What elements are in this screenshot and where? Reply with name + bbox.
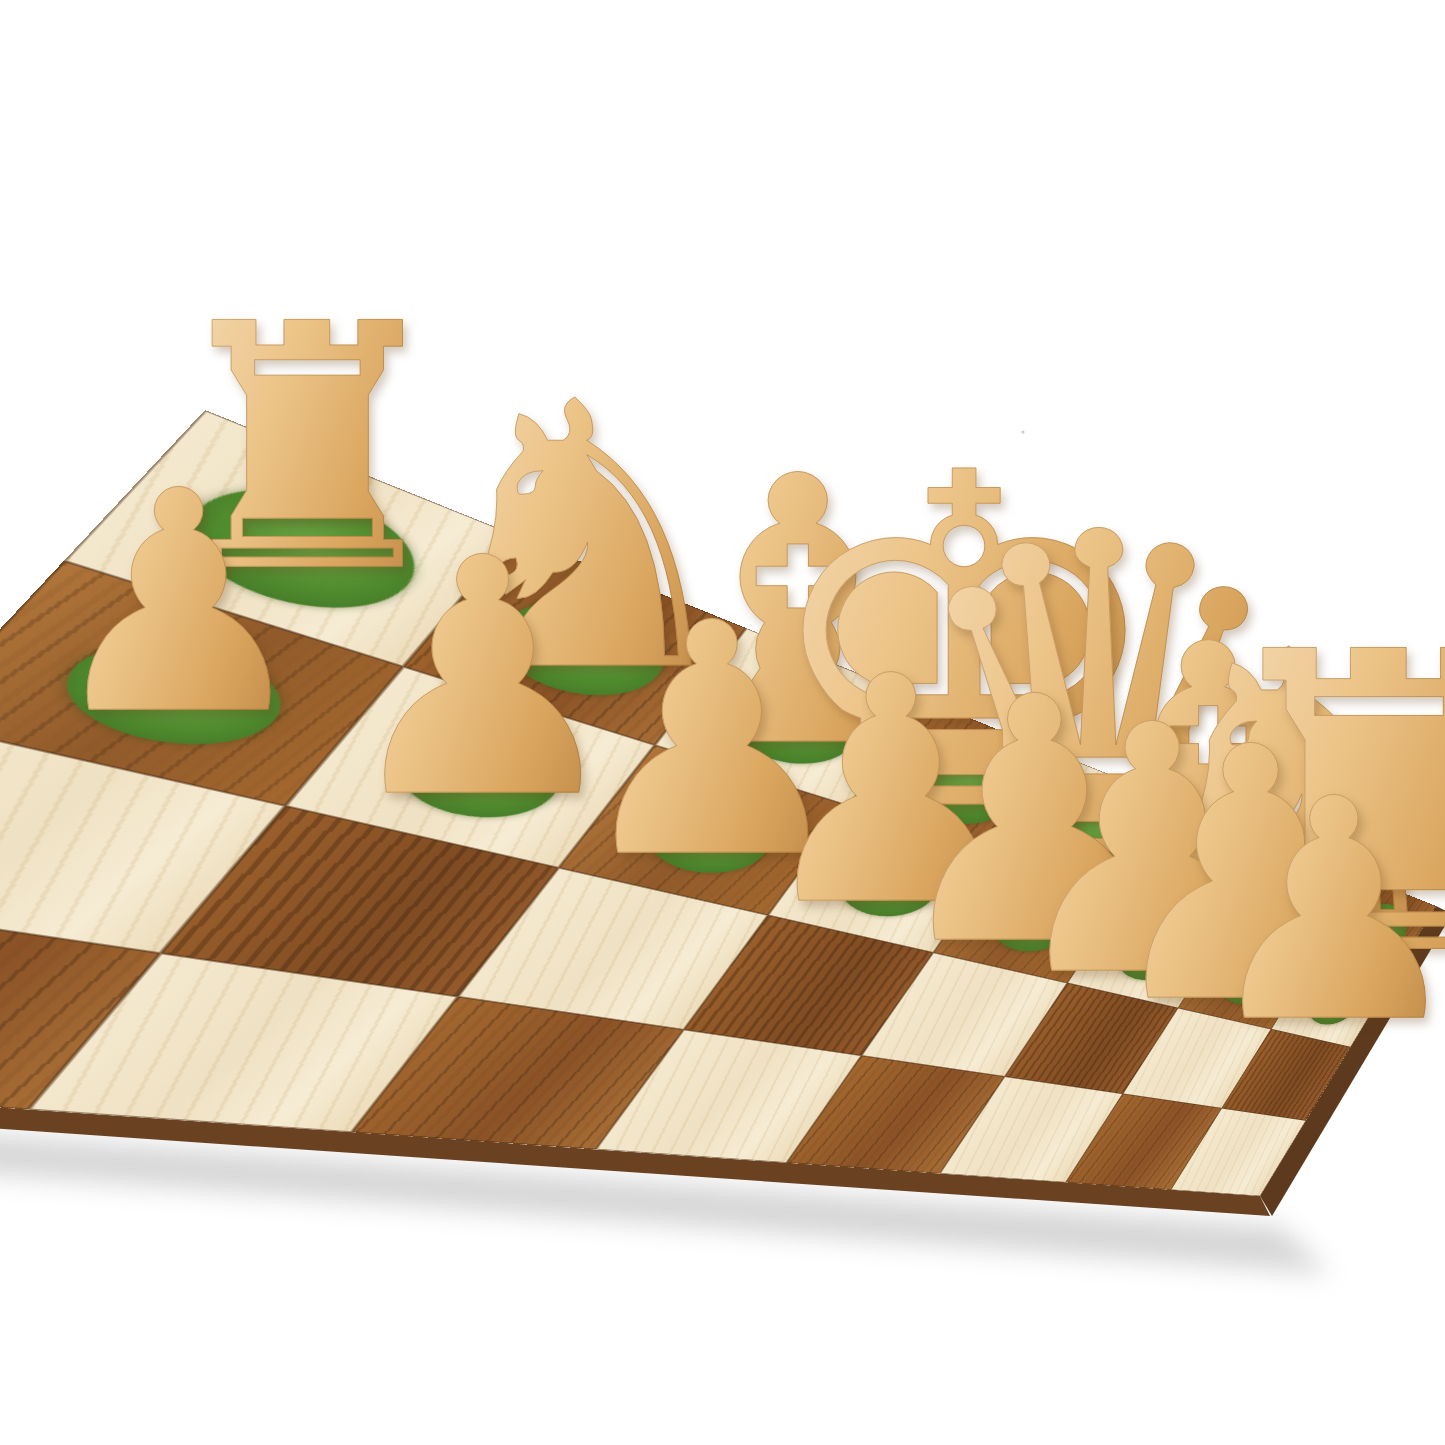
piece-white-pawn-a2[interactable]: ♟ <box>1197 759 1445 1064</box>
piece-white-pawn-h2[interactable]: ♟ <box>42 451 315 756</box>
photo-stage: ♜♞♝♚♛♝♞♜♟♟♟♟♟♟♟♟ <box>0 0 1445 1445</box>
